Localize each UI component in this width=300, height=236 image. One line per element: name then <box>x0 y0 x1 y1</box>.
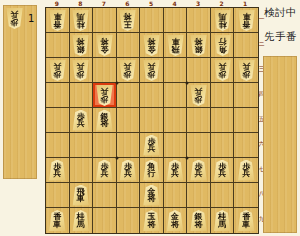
square-7九[interactable] <box>93 208 117 233</box>
piece-kanji: 兵 <box>218 63 226 71</box>
square-2三[interactable]: 歩兵 <box>211 58 235 83</box>
shogi-board: 香車桂馬王将桂馬香車銀将金将金将飛車銀将角行歩兵歩兵歩兵歩兵歩兵歩兵歩兵歩兵歩兵… <box>45 7 259 234</box>
piece-kanji: 将 <box>195 221 203 229</box>
square-9三[interactable]: 歩兵 <box>46 58 70 83</box>
sente-角行-piece[interactable]: 角行 <box>142 160 161 181</box>
square-5五[interactable] <box>140 108 164 133</box>
piece-kanji: 歩 <box>242 70 250 78</box>
gote-桂馬-piece[interactable]: 桂馬 <box>213 10 232 31</box>
square-3三[interactable] <box>187 58 211 83</box>
piece-kanji: 兵 <box>124 63 132 71</box>
square-1三[interactable]: 歩兵 <box>234 58 258 83</box>
piece-kanji: 兵 <box>77 63 85 71</box>
piece-kanji: 王 <box>124 20 132 28</box>
square-2七[interactable]: 歩兵 <box>211 158 235 183</box>
square-7四[interactable]: 歩兵 <box>93 83 117 108</box>
square-9二[interactable] <box>46 33 70 58</box>
file-label-6: 6 <box>116 0 140 7</box>
square-6五[interactable] <box>117 108 141 133</box>
gote-歩兵-piece[interactable]: 歩兵 <box>237 60 256 81</box>
piece-kanji: 車 <box>171 38 179 46</box>
square-3四[interactable]: 歩兵 <box>187 83 211 108</box>
sente-歩兵-piece[interactable]: 歩兵 <box>71 110 90 131</box>
square-7一[interactable] <box>93 8 117 33</box>
gote-桂馬-piece[interactable]: 桂馬 <box>71 10 90 31</box>
square-3二[interactable]: 銀将 <box>187 33 211 58</box>
gote-香車-piece[interactable]: 香車 <box>237 10 256 31</box>
square-2九[interactable]: 桂馬 <box>211 208 235 233</box>
square-4八[interactable] <box>164 183 188 208</box>
piece-kanji: 車 <box>77 195 85 203</box>
file-label-9: 9 <box>45 0 69 7</box>
square-3六[interactable] <box>187 133 211 158</box>
piece-kanji: 桂 <box>77 20 85 28</box>
piece-kanji: 兵 <box>171 170 179 178</box>
piece-kanji: 将 <box>77 38 85 46</box>
square-1五[interactable] <box>234 108 258 133</box>
square-3八[interactable] <box>187 183 211 208</box>
square-1七[interactable]: 歩兵 <box>234 158 258 183</box>
sente-銀将-piece[interactable]: 銀将 <box>95 110 114 131</box>
piece-kanji: 兵 <box>53 63 61 71</box>
square-5二[interactable]: 金将 <box>140 33 164 58</box>
piece-kanji: 将 <box>147 195 155 203</box>
square-1六[interactable] <box>234 133 258 158</box>
piece-kanji: 歩 <box>100 95 108 103</box>
sente-歩兵-piece[interactable]: 歩兵 <box>48 160 67 181</box>
square-8一[interactable]: 桂馬 <box>70 8 94 33</box>
square-2一[interactable]: 桂馬 <box>211 8 235 33</box>
gote-銀将-piece[interactable]: 銀将 <box>71 35 90 56</box>
square-1八[interactable] <box>234 183 258 208</box>
piece-kanji: 車 <box>242 13 250 21</box>
square-2八[interactable] <box>211 183 235 208</box>
square-9七[interactable]: 歩兵 <box>46 158 70 183</box>
file-label-2: 2 <box>210 0 234 7</box>
square-3九[interactable]: 銀将 <box>187 208 211 233</box>
square-8五[interactable]: 歩兵 <box>70 108 94 133</box>
piece-kanji: 兵 <box>242 170 250 178</box>
piece-kanji: 銀 <box>195 45 203 53</box>
sente-香車-piece[interactable]: 香車 <box>237 210 256 231</box>
piece-kanji: 兵 <box>77 120 85 128</box>
piece-kanji: 行 <box>147 170 155 178</box>
piece-kanji: 兵 <box>100 170 108 178</box>
gote-captured-stand: 歩 兵 1 <box>3 5 37 179</box>
gote-角行-piece[interactable]: 角行 <box>213 35 232 56</box>
piece-kanji: 歩 <box>195 95 203 103</box>
sente-歩兵-piece[interactable]: 歩兵 <box>237 160 256 181</box>
square-5八[interactable]: 金将 <box>140 183 164 208</box>
captured-pawn-piece[interactable]: 歩 兵 <box>5 8 24 29</box>
piece-kanji: 歩 <box>77 70 85 78</box>
square-7二[interactable]: 金将 <box>93 33 117 58</box>
sente-桂馬-piece[interactable]: 桂馬 <box>71 210 90 231</box>
square-2四[interactable] <box>211 83 235 108</box>
piece-kanji: 兵 <box>218 170 226 178</box>
square-4六[interactable] <box>164 133 188 158</box>
gote-飛車-piece[interactable]: 飛車 <box>166 35 185 56</box>
piece-kanji: 飛 <box>171 45 179 53</box>
file-label-8: 8 <box>69 0 93 7</box>
sente-歩兵-piece[interactable]: 歩兵 <box>95 160 114 181</box>
gote-歩兵-piece[interactable]: 歩兵 <box>71 60 90 81</box>
piece-kanji: 将 <box>100 38 108 46</box>
square-9一[interactable]: 香車 <box>46 8 70 33</box>
piece-kanji: 歩 <box>124 70 132 78</box>
piece-kanji: 兵 <box>195 88 203 96</box>
piece-kanji: 香 <box>242 20 250 28</box>
piece-kanji: 行 <box>218 38 226 46</box>
square-5四[interactable] <box>140 83 164 108</box>
piece-kanji: 金 <box>100 45 108 53</box>
square-4二[interactable]: 飛車 <box>164 33 188 58</box>
square-6一[interactable]: 王将 <box>117 8 141 33</box>
square-1九[interactable]: 香車 <box>234 208 258 233</box>
square-9四[interactable] <box>46 83 70 108</box>
square-7八[interactable] <box>93 183 117 208</box>
square-9九[interactable]: 香車 <box>46 208 70 233</box>
status-text: 検討中 <box>262 6 299 20</box>
square-5九[interactable]: 玉将 <box>140 208 164 233</box>
gote-王将-piece[interactable]: 王将 <box>118 10 137 31</box>
square-4四[interactable] <box>164 83 188 108</box>
file-label-4: 4 <box>163 0 187 7</box>
square-7七[interactable]: 歩兵 <box>93 158 117 183</box>
square-4五[interactable] <box>164 108 188 133</box>
sente-桂馬-piece[interactable]: 桂馬 <box>213 210 232 231</box>
piece-kanji: 兵 <box>100 88 108 96</box>
square-8二[interactable]: 銀将 <box>70 33 94 58</box>
piece-kanji: 歩 <box>218 70 226 78</box>
file-label-1: 1 <box>233 0 257 7</box>
piece-kanji: 角 <box>218 45 226 53</box>
square-1四[interactable] <box>234 83 258 108</box>
piece-kanji: 兵 <box>53 170 61 178</box>
square-5三[interactable]: 歩兵 <box>140 58 164 83</box>
gote-香車-piece[interactable]: 香車 <box>48 10 67 31</box>
sente-金将-piece[interactable]: 金将 <box>166 210 185 231</box>
sente-飛車-piece[interactable]: 飛車 <box>71 185 90 206</box>
piece-kanji: 将 <box>171 221 179 229</box>
square-6四[interactable] <box>117 83 141 108</box>
sente-銀将-piece[interactable]: 銀将 <box>189 210 208 231</box>
piece-kanji: 馬 <box>77 221 85 229</box>
piece-kanji: 桂 <box>218 20 226 28</box>
piece-kanji: 兵 <box>124 170 132 178</box>
square-8四[interactable] <box>70 83 94 108</box>
square-3七[interactable]: 歩兵 <box>187 158 211 183</box>
square-2六[interactable] <box>211 133 235 158</box>
sente-歩兵-piece[interactable]: 歩兵 <box>166 160 185 181</box>
piece-kanji: 将 <box>147 38 155 46</box>
square-2五[interactable] <box>211 108 235 133</box>
sente-歩兵-piece[interactable]: 歩兵 <box>142 135 161 156</box>
square-8九[interactable]: 桂馬 <box>70 208 94 233</box>
sente-香車-piece[interactable]: 香車 <box>48 210 67 231</box>
piece-kanji: 馬 <box>218 221 226 229</box>
sente-歩兵-piece[interactable]: 歩兵 <box>189 160 208 181</box>
piece-kanji: 兵 <box>147 145 155 153</box>
gote-歩兵-piece[interactable]: 歩兵 <box>142 60 161 81</box>
sente-金将-piece[interactable]: 金将 <box>142 185 161 206</box>
square-8七[interactable] <box>70 158 94 183</box>
square-9八[interactable] <box>46 183 70 208</box>
gote-金将-piece[interactable]: 金将 <box>95 35 114 56</box>
square-2二[interactable]: 角行 <box>211 33 235 58</box>
shogi-analysis-app: 歩 兵 1 987654321 香車桂馬王将桂馬香車銀将金将金将飛車銀将角行歩兵… <box>0 0 300 236</box>
file-label-7: 7 <box>92 0 116 7</box>
square-4七[interactable]: 歩兵 <box>164 158 188 183</box>
gote-歩兵-piece[interactable]: 歩兵 <box>95 85 114 106</box>
piece-kanji: 車 <box>53 221 61 229</box>
square-1二[interactable] <box>234 33 258 58</box>
piece-kanji: 馬 <box>77 13 85 21</box>
gote-銀将-piece[interactable]: 銀将 <box>189 35 208 56</box>
square-9六[interactable] <box>46 133 70 158</box>
square-1一[interactable]: 香車 <box>234 8 258 33</box>
file-label-5: 5 <box>139 0 163 7</box>
piece-kanji: 将 <box>100 120 108 128</box>
piece-kanji: 兵 <box>147 63 155 71</box>
piece-kanji: 歩 <box>53 70 61 78</box>
square-6九[interactable] <box>117 208 141 233</box>
square-6三[interactable]: 歩兵 <box>117 58 141 83</box>
square-5一[interactable] <box>140 8 164 33</box>
square-8三[interactable]: 歩兵 <box>70 58 94 83</box>
file-labels: 987654321 <box>45 0 257 7</box>
sente-玉将-piece[interactable]: 玉将 <box>142 210 161 231</box>
square-4一[interactable] <box>164 8 188 33</box>
square-3五[interactable] <box>187 108 211 133</box>
piece-kanji: 兵 <box>242 63 250 71</box>
piece-kanji: 馬 <box>218 13 226 21</box>
piece-kanji: 金 <box>147 45 155 53</box>
square-6六[interactable] <box>117 133 141 158</box>
sente-歩兵-piece[interactable]: 歩兵 <box>118 160 137 181</box>
piece-kanji: 歩 <box>147 70 155 78</box>
square-7五[interactable]: 銀将 <box>93 108 117 133</box>
piece-kanji: 兵 <box>195 170 203 178</box>
square-6七[interactable]: 歩兵 <box>117 158 141 183</box>
captured-pawn-count: 1 <box>28 13 34 24</box>
piece-kanji: 香 <box>53 20 61 28</box>
gote-歩兵-piece[interactable]: 歩兵 <box>213 60 232 81</box>
square-8八[interactable]: 飛車 <box>70 183 94 208</box>
turn-indicator: 先手番 <box>262 30 299 44</box>
square-5七[interactable]: 角行 <box>140 158 164 183</box>
piece-kanji: 車 <box>242 221 250 229</box>
sente-captured-stand <box>263 56 297 233</box>
piece-kanji: 将 <box>147 221 155 229</box>
gote-歩兵-piece[interactable]: 歩兵 <box>189 85 208 106</box>
sente-歩兵-piece[interactable]: 歩兵 <box>213 160 232 181</box>
square-7六[interactable] <box>93 133 117 158</box>
square-8六[interactable] <box>70 133 94 158</box>
piece-kanji: 将 <box>124 13 132 21</box>
square-9五[interactable] <box>46 108 70 133</box>
square-7三[interactable] <box>93 58 117 83</box>
square-3一[interactable] <box>187 8 211 33</box>
square-5六[interactable]: 歩兵 <box>140 133 164 158</box>
piece-kanji: 銀 <box>77 45 85 53</box>
square-6二[interactable] <box>117 33 141 58</box>
gote-hand-slot[interactable]: 歩 兵 1 <box>3 5 37 29</box>
file-label-3: 3 <box>186 0 210 7</box>
piece-kanji: 将 <box>195 38 203 46</box>
square-4三[interactable] <box>164 58 188 83</box>
gote-金将-piece[interactable]: 金将 <box>142 35 161 56</box>
square-4九[interactable]: 金将 <box>164 208 188 233</box>
square-6八[interactable] <box>117 183 141 208</box>
gote-歩兵-piece[interactable]: 歩兵 <box>48 60 67 81</box>
gote-歩兵-piece[interactable]: 歩兵 <box>118 60 137 81</box>
piece-kanji: 車 <box>53 13 61 21</box>
